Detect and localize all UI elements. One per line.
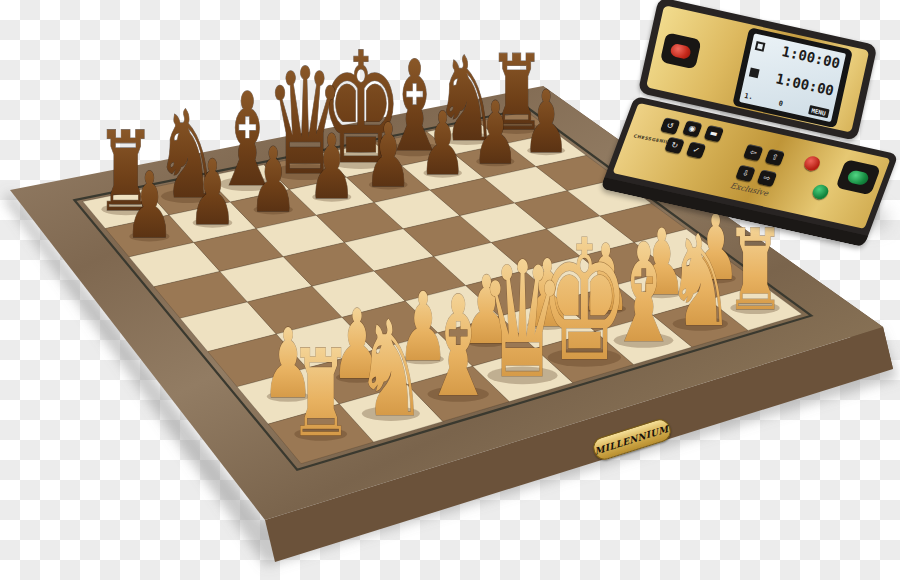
white-time: 1:00:00 (763, 39, 842, 71)
green-round-key[interactable] (811, 183, 831, 200)
piece-black-pawn-d7[interactable]: ♟ (308, 115, 356, 218)
red-button[interactable] (660, 32, 702, 69)
piece-black-pawn-a7[interactable]: ♟ (125, 153, 174, 260)
clock-lcd-screen: 1:00:00 1:00:00 1. 0 MENU (739, 33, 846, 122)
small-key-5-icon[interactable]: ✓ (686, 141, 707, 159)
small-key-1-icon[interactable]: ↺ (660, 117, 681, 135)
arrow-down-key[interactable]: ⇩ (735, 164, 756, 182)
piece-black-pawn-f7[interactable]: ♟ (419, 93, 466, 195)
counter-value: 0 (752, 94, 809, 114)
piece-white-knight-b1[interactable]: ♞ (355, 292, 426, 446)
small-key-4-icon[interactable]: ↻ (664, 136, 685, 154)
black-time-row: 1:00:00 (748, 64, 835, 98)
piece-black-pawn-e7[interactable]: ♟ (365, 104, 412, 206)
piece-black-pawn-c7[interactable]: ♟ (249, 128, 297, 231)
piece-black-pawn-h7[interactable]: ♟ (523, 71, 569, 172)
green-button[interactable] (835, 159, 881, 195)
piece-white-rook-a1[interactable]: ♜ (288, 324, 353, 463)
piece-white-bishop-c1[interactable]: ♝ (421, 267, 496, 428)
piece-black-pawn-b7[interactable]: ♟ (188, 140, 236, 246)
arrow-up-key[interactable]: ⇧ (764, 148, 785, 166)
black-time: 1:00:00 (757, 66, 836, 98)
piece-black-pawn-g7[interactable]: ♟ (472, 82, 518, 183)
red-button-pill (670, 42, 692, 59)
arrow-left-key[interactable]: ⇦ (743, 144, 764, 162)
green-button-pill (846, 169, 870, 186)
arrow-right-key[interactable]: ⇨ (757, 169, 778, 187)
red-round-key[interactable] (802, 155, 822, 172)
scene: ♜♞♝♟♚♟♛♟♝♟♞♟♜♟♟♟♟♟♜♟♞♟♝♟♚♟♛♟♝♟♞♜ MILLENN… (0, 0, 900, 580)
clock-lcd: 1:00:00 1:00:00 1. 0 MENU (732, 27, 853, 128)
white-time-row: 1:00:00 (754, 37, 841, 71)
menu-label[interactable]: MENU (808, 105, 830, 118)
small-key-3-icon[interactable]: ▬ (703, 125, 724, 143)
small-key-2-icon[interactable]: ◉ (682, 120, 703, 138)
